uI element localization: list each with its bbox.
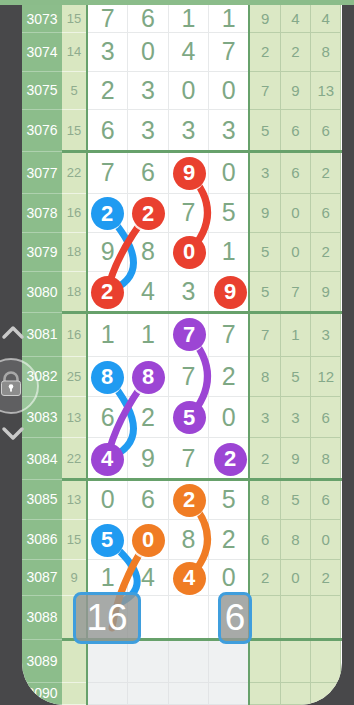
- digit-cell[interactable]: 2: [128, 397, 168, 438]
- period-cell: 3076: [22, 110, 62, 152]
- marked-digit[interactable]: 9: [173, 157, 206, 190]
- digit-cell[interactable]: 8: [128, 233, 168, 272]
- miss-count-cell: 22: [62, 152, 86, 194]
- digit-cell[interactable]: 4: [169, 33, 209, 72]
- stat-cell: [311, 596, 341, 640]
- stat-cell: 6: [281, 110, 311, 152]
- trend-rows: 3073157611944307414304722830755230079133…: [22, 5, 342, 705]
- stat-block: 202: [250, 560, 341, 596]
- digit-cell[interactable]: [169, 596, 209, 640]
- digit-cell[interactable]: 7: [88, 152, 128, 194]
- stat-cell: 7: [250, 72, 280, 110]
- digit-block: 2300: [86, 72, 250, 110]
- miss-count-cell: 13: [62, 480, 86, 520]
- digit-cell[interactable]: 3: [169, 110, 209, 152]
- table-row: 3080182439579: [22, 272, 342, 313]
- miss-count-cell: [62, 640, 86, 683]
- miss-count-cell: 5: [62, 72, 86, 110]
- stat-cell: 8: [311, 438, 341, 480]
- digit-block: 9801: [86, 233, 250, 272]
- marked-digit[interactable]: 4: [91, 443, 124, 476]
- header-edge-bar: [0, 0, 354, 5]
- digit-cell[interactable]: 7: [169, 194, 209, 232]
- digit-block: 1177: [86, 313, 250, 357]
- digit-cell[interactable]: 6: [128, 5, 168, 33]
- stat-cell: 0: [281, 560, 311, 596]
- digit-cell[interactable]: [128, 683, 168, 705]
- marked-digit[interactable]: 0: [173, 236, 206, 269]
- table-row: 3089: [22, 640, 342, 683]
- stat-cell: 3: [311, 313, 341, 357]
- scroll-lock-widget: [0, 318, 48, 448]
- stat-cell: [250, 640, 280, 683]
- stat-cell: 9: [311, 272, 341, 313]
- digit-cell[interactable]: 0: [209, 152, 248, 194]
- digit-cell[interactable]: 0: [209, 72, 248, 110]
- digit-cell[interactable]: 7: [209, 313, 248, 357]
- digit-cell[interactable]: 7: [169, 438, 209, 480]
- period-cell: 3080: [22, 272, 62, 313]
- table-row: 30822588728512: [22, 357, 342, 398]
- miss-count-cell: 13: [62, 397, 86, 438]
- stat-cell: 4: [281, 5, 311, 33]
- stat-block: 502: [250, 233, 341, 272]
- prediction-input[interactable]: 16: [73, 592, 141, 644]
- stat-cell: [311, 683, 341, 705]
- miss-count-cell: 14: [62, 33, 86, 72]
- stat-block: 579: [250, 272, 341, 313]
- digit-cell[interactable]: [209, 640, 248, 683]
- digit-block: [86, 683, 250, 705]
- digit-cell[interactable]: 7: [209, 33, 248, 72]
- marked-digit[interactable]: 8: [132, 361, 165, 394]
- stat-cell: 3: [281, 397, 311, 438]
- stat-cell: 2: [250, 33, 280, 72]
- stat-block: [250, 596, 341, 640]
- digit-cell[interactable]: 7: [88, 5, 128, 33]
- stat-cell: 2: [281, 33, 311, 72]
- stat-block: 680: [250, 520, 341, 560]
- digit-cell[interactable]: 0: [169, 72, 209, 110]
- stat-cell: 7: [250, 313, 280, 357]
- lock-button[interactable]: [0, 359, 38, 413]
- stat-block: [250, 640, 341, 683]
- stat-cell: 7: [281, 272, 311, 313]
- stat-block: [250, 683, 341, 705]
- period-cell: 3073: [22, 5, 62, 33]
- stat-block: 7913: [250, 72, 341, 110]
- marked-digit[interactable]: 2: [214, 443, 247, 476]
- digit-cell[interactable]: 0: [209, 397, 248, 438]
- stat-cell: 5: [250, 233, 280, 272]
- digit-cell[interactable]: 4: [128, 560, 168, 596]
- marked-digit[interactable]: 2: [91, 197, 124, 230]
- digit-cell[interactable]: 1: [88, 560, 128, 596]
- stat-cell: 2: [250, 438, 280, 480]
- digit-cell[interactable]: 1: [128, 313, 168, 357]
- digit-cell[interactable]: 2: [88, 72, 128, 110]
- digit-cell[interactable]: [88, 640, 128, 683]
- period-cell: 3088: [22, 596, 62, 640]
- miss-count-cell: [62, 683, 86, 705]
- miss-count-cell: 16: [62, 313, 86, 357]
- period-cell: 3075: [22, 72, 62, 110]
- digit-cell[interactable]: [209, 683, 248, 705]
- marked-digit[interactable]: 2: [173, 484, 206, 517]
- digit-cell[interactable]: 5: [209, 480, 248, 520]
- stat-cell: 8: [250, 357, 280, 398]
- trend-table: 3073157611944307414304722830755230079133…: [22, 5, 342, 705]
- digit-cell[interactable]: 9: [128, 438, 168, 480]
- digit-cell[interactable]: 5: [209, 194, 248, 232]
- digit-cell[interactable]: [88, 683, 128, 705]
- stat-block: 336: [250, 397, 341, 438]
- stat-cell: 0: [281, 233, 311, 272]
- marked-digit[interactable]: 5: [173, 401, 206, 434]
- digit-cell[interactable]: 3: [128, 72, 168, 110]
- stat-cell: 1: [281, 313, 311, 357]
- digit-cell[interactable]: 6: [128, 480, 168, 520]
- digit-block: 6333: [86, 110, 250, 152]
- stat-cell: 9: [281, 438, 311, 480]
- period-cell: 3090: [22, 683, 62, 705]
- digit-cell[interactable]: 6: [88, 397, 128, 438]
- stat-block: 906: [250, 194, 341, 232]
- miss-count-cell: 16: [62, 194, 86, 232]
- digit-cell[interactable]: [169, 640, 209, 683]
- stat-cell: [311, 640, 341, 683]
- stat-cell: [250, 596, 280, 640]
- stat-cell: [250, 683, 280, 705]
- stat-cell: [281, 596, 311, 640]
- marked-digit[interactable]: 8: [91, 361, 124, 394]
- digit-cell[interactable]: [128, 640, 168, 683]
- stat-cell: 5: [281, 357, 311, 398]
- stat-cell: 8: [311, 33, 341, 72]
- stat-cell: 5: [250, 272, 280, 313]
- stat-cell: 13: [311, 72, 341, 110]
- digit-cell[interactable]: 1: [169, 5, 209, 33]
- digit-cell[interactable]: 6: [128, 152, 168, 194]
- chevron-down-icon[interactable]: [4, 429, 22, 438]
- trend-chart-stage: 3073157611944307414304722830755230079133…: [0, 0, 354, 705]
- stat-cell: 3: [250, 152, 280, 194]
- digit-block: 0625: [86, 480, 250, 520]
- period-cell: 3077: [22, 152, 62, 194]
- digit-cell[interactable]: 3: [169, 272, 209, 313]
- stat-cell: 8: [250, 480, 280, 520]
- marked-digit[interactable]: 2: [132, 197, 165, 230]
- digit-block: 6250: [86, 397, 250, 438]
- marked-digit[interactable]: 0: [132, 524, 165, 557]
- table-row: 3086155082680: [22, 520, 342, 560]
- digit-cell[interactable]: 6: [88, 110, 128, 152]
- digit-cell[interactable]: 3: [209, 110, 248, 152]
- marked-digit[interactable]: 4: [173, 562, 206, 595]
- table-row: 3084224972298: [22, 438, 342, 480]
- stat-block: 362: [250, 152, 341, 194]
- digit-cell[interactable]: 7: [169, 357, 209, 398]
- miss-count-cell: 25: [62, 357, 86, 398]
- stat-cell: 8: [281, 520, 311, 560]
- period-cell: 3085: [22, 480, 62, 520]
- stat-cell: 4: [311, 5, 341, 33]
- stat-cell: 2: [250, 560, 280, 596]
- stat-block: 298: [250, 438, 341, 480]
- miss-count-cell: 18: [62, 233, 86, 272]
- digit-cell[interactable]: 8: [169, 520, 209, 560]
- stat-cell: 5: [250, 110, 280, 152]
- stat-block: 856: [250, 480, 341, 520]
- stat-cell: 5: [281, 480, 311, 520]
- table-row: 3075523007913: [22, 72, 342, 110]
- stat-cell: 2: [311, 233, 341, 272]
- stat-cell: 0: [281, 194, 311, 232]
- table-row: 3078162275906: [22, 194, 342, 232]
- stat-cell: 6: [311, 480, 341, 520]
- period-cell: 3087: [22, 560, 62, 596]
- digit-block: 1440: [86, 560, 250, 596]
- chevron-up-icon[interactable]: [4, 328, 22, 337]
- stat-block: 713: [250, 313, 341, 357]
- digit-cell[interactable]: 9: [88, 233, 128, 272]
- digit-block: 7611: [86, 5, 250, 33]
- stat-cell: 9: [250, 194, 280, 232]
- stat-cell: 2: [311, 560, 341, 596]
- stat-block: 8512: [250, 357, 341, 398]
- digit-block: 7690: [86, 152, 250, 194]
- stat-cell: 12: [311, 357, 341, 398]
- period-cell: 3074: [22, 33, 62, 72]
- miss-count-cell: 15: [62, 5, 86, 33]
- digit-block: 3047: [86, 33, 250, 72]
- digit-block: [86, 640, 250, 683]
- table-row: 3073157611944: [22, 5, 342, 33]
- stat-cell: 6: [311, 194, 341, 232]
- period-cell: 3089: [22, 640, 62, 683]
- marked-digit[interactable]: 2: [91, 276, 124, 309]
- miss-count-cell: 9: [62, 560, 86, 596]
- stat-cell: 6: [311, 110, 341, 152]
- prediction-input[interactable]: 6: [218, 592, 252, 644]
- table-row: 3076156333566: [22, 110, 342, 152]
- digit-cell[interactable]: 1: [209, 5, 248, 33]
- digit-cell[interactable]: 0: [209, 560, 248, 596]
- stat-block: 944: [250, 5, 341, 33]
- miss-count-cell: 15: [62, 110, 86, 152]
- stat-cell: 0: [311, 520, 341, 560]
- miss-count-cell: 18: [62, 272, 86, 313]
- marked-digit[interactable]: 9: [214, 276, 247, 309]
- stat-cell: 6: [311, 397, 341, 438]
- digit-cell[interactable]: 4: [128, 272, 168, 313]
- stat-cell: 6: [250, 520, 280, 560]
- table-row: 3088: [22, 596, 342, 640]
- stat-cell: 9: [281, 72, 311, 110]
- digit-cell[interactable]: 2: [209, 520, 248, 560]
- stat-cell: [281, 640, 311, 683]
- table-row: 3090: [22, 683, 342, 705]
- digit-cell[interactable]: 0: [128, 33, 168, 72]
- period-cell: 3086: [22, 520, 62, 560]
- table-row: 3074143047228: [22, 33, 342, 72]
- period-cell: 3078: [22, 194, 62, 232]
- digit-cell[interactable]: 2: [209, 357, 248, 398]
- miss-count-cell: 15: [62, 520, 86, 560]
- digit-cell[interactable]: 1: [88, 313, 128, 357]
- period-cell: 3079: [22, 233, 62, 272]
- marked-digit[interactable]: 7: [173, 318, 206, 351]
- stat-cell: 9: [250, 5, 280, 33]
- stat-cell: 3: [250, 397, 280, 438]
- digit-cell[interactable]: 1: [209, 233, 248, 272]
- marked-digit[interactable]: 5: [91, 524, 124, 557]
- stat-block: 566: [250, 110, 341, 152]
- stat-block: 228: [250, 33, 341, 72]
- stat-cell: 6: [281, 152, 311, 194]
- stat-cell: 2: [311, 152, 341, 194]
- stat-cell: [281, 683, 311, 705]
- digit-cell[interactable]: 3: [128, 110, 168, 152]
- digit-cell[interactable]: 3: [88, 33, 128, 72]
- digit-cell[interactable]: 0: [88, 480, 128, 520]
- digit-cell[interactable]: [169, 683, 209, 705]
- miss-count-cell: 22: [62, 438, 86, 480]
